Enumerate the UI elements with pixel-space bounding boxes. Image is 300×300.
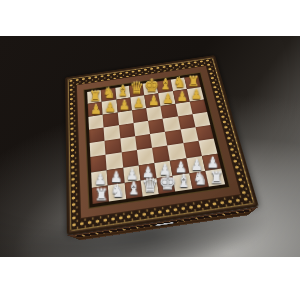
photo-vignette: [0, 36, 300, 257]
photo-band: ♜♞♝♛♚♝♞♜♟♟♟♟♟♟♟♟♟♟♟♟♟♟♟♟♜♞♝♛♚♝♞♜: [0, 36, 300, 257]
